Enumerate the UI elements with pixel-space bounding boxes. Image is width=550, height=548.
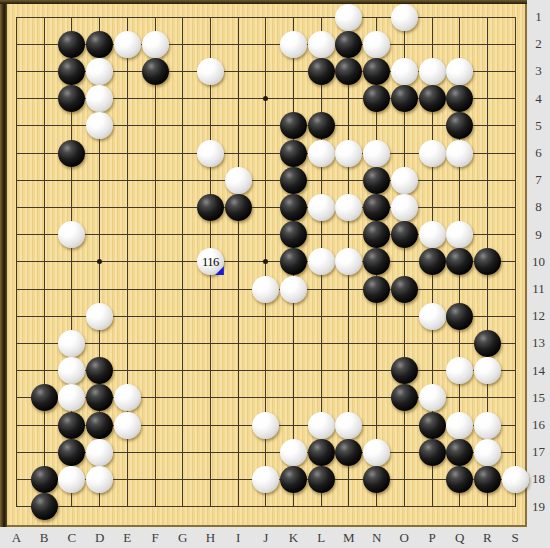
column-label-K: K — [285, 530, 303, 546]
stone-white-E16 — [114, 412, 141, 439]
row-label-17: 17 — [528, 444, 549, 460]
stone-black-C17 — [58, 439, 85, 466]
stone-black-B15 — [31, 384, 58, 411]
stone-black-Q12 — [446, 303, 473, 330]
stone-black-B18 — [31, 466, 58, 493]
stone-white-P9 — [419, 221, 446, 248]
stone-white-E15 — [114, 384, 141, 411]
stone-white-P6 — [419, 140, 446, 167]
row-label-18: 18 — [528, 471, 549, 487]
column-label-A: A — [8, 530, 26, 546]
row-label-1: 1 — [528, 9, 549, 25]
stone-white-Q6 — [446, 140, 473, 167]
stone-white-L2 — [308, 31, 335, 58]
row-label-15: 15 — [528, 390, 549, 406]
stone-black-P17 — [419, 439, 446, 466]
column-label-I: I — [229, 530, 247, 546]
grid-line-horizontal — [16, 343, 516, 344]
row-label-10: 10 — [528, 254, 549, 270]
stone-black-M17 — [335, 439, 362, 466]
stone-black-K6 — [280, 140, 307, 167]
stone-black-Q18 — [446, 466, 473, 493]
stone-black-N3 — [363, 58, 390, 85]
stone-black-H8 — [197, 194, 224, 221]
stone-white-M6 — [335, 140, 362, 167]
stone-white-R14 — [474, 357, 501, 384]
stone-black-P10 — [419, 248, 446, 275]
column-label-Q: Q — [451, 530, 469, 546]
stone-white-K2 — [280, 31, 307, 58]
stone-white-D18 — [86, 466, 113, 493]
stone-white-O3 — [391, 58, 418, 85]
move-number-label: 116 — [202, 256, 219, 269]
row-label-5: 5 — [528, 118, 549, 134]
stone-white-D17 — [86, 439, 113, 466]
row-label-13: 13 — [528, 335, 549, 351]
stone-white-L16 — [308, 412, 335, 439]
stone-black-P16 — [419, 412, 446, 439]
stone-white-D4 — [86, 85, 113, 112]
stone-white-L8 — [308, 194, 335, 221]
column-label-O: O — [395, 530, 413, 546]
stone-black-D14 — [86, 357, 113, 384]
stone-white-H10-last-move: 116 — [197, 248, 224, 275]
stone-black-K18 — [280, 466, 307, 493]
column-label-H: H — [201, 530, 219, 546]
stone-white-J16 — [252, 412, 279, 439]
grid-line-horizontal — [16, 207, 516, 208]
stone-black-N8 — [363, 194, 390, 221]
stone-black-R18 — [474, 466, 501, 493]
stone-white-N6 — [363, 140, 390, 167]
row-label-7: 7 — [528, 172, 549, 188]
stone-white-R16 — [474, 412, 501, 439]
stone-black-K7 — [280, 167, 307, 194]
stone-white-L10 — [308, 248, 335, 275]
stone-white-S18 — [502, 466, 529, 493]
stone-black-L3 — [308, 58, 335, 85]
column-label-G: G — [174, 530, 192, 546]
row-label-19: 19 — [528, 499, 549, 515]
stone-black-N4 — [363, 85, 390, 112]
stone-white-N2 — [363, 31, 390, 58]
grid-line-horizontal — [16, 180, 516, 181]
stone-black-O14 — [391, 357, 418, 384]
stone-black-C2 — [58, 31, 85, 58]
grid-line-horizontal — [16, 506, 516, 507]
stone-black-R13 — [474, 330, 501, 357]
column-label-J: J — [257, 530, 275, 546]
stone-black-O9 — [391, 221, 418, 248]
stone-black-D2 — [86, 31, 113, 58]
stone-white-R17 — [474, 439, 501, 466]
stone-white-H3 — [197, 58, 224, 85]
stone-white-J18 — [252, 466, 279, 493]
stone-white-Q3 — [446, 58, 473, 85]
row-label-9: 9 — [528, 227, 549, 243]
stone-white-N17 — [363, 439, 390, 466]
stone-black-O15 — [391, 384, 418, 411]
column-label-M: M — [340, 530, 358, 546]
row-label-8: 8 — [528, 199, 549, 215]
row-label-3: 3 — [528, 63, 549, 79]
column-label-R: R — [478, 530, 496, 546]
stone-black-I8 — [225, 194, 252, 221]
column-label-C: C — [63, 530, 81, 546]
stone-black-K8 — [280, 194, 307, 221]
column-label-L: L — [312, 530, 330, 546]
stone-black-F3 — [142, 58, 169, 85]
stone-black-C16 — [58, 412, 85, 439]
column-label-F: F — [146, 530, 164, 546]
stone-black-N11 — [363, 276, 390, 303]
stone-white-P15 — [419, 384, 446, 411]
stone-white-P12 — [419, 303, 446, 330]
stone-white-Q16 — [446, 412, 473, 439]
stone-black-B19 — [31, 493, 58, 520]
stone-black-M2 — [335, 31, 362, 58]
stone-white-P3 — [419, 58, 446, 85]
column-label-D: D — [91, 530, 109, 546]
stone-black-Q17 — [446, 439, 473, 466]
stone-white-M16 — [335, 412, 362, 439]
stone-white-O1 — [391, 4, 418, 31]
stone-black-L18 — [308, 466, 335, 493]
board-left-bevel — [0, 0, 7, 527]
stone-white-K17 — [280, 439, 307, 466]
stone-white-O8 — [391, 194, 418, 221]
row-label-4: 4 — [528, 91, 549, 107]
stone-black-N18 — [363, 466, 390, 493]
stone-white-O7 — [391, 167, 418, 194]
stone-white-F2 — [142, 31, 169, 58]
column-label-P: P — [423, 530, 441, 546]
board-top-bevel — [0, 0, 527, 4]
stone-black-C6 — [58, 140, 85, 167]
stone-black-L5 — [308, 112, 335, 139]
stone-white-K11 — [280, 276, 307, 303]
stone-white-J11 — [252, 276, 279, 303]
column-label-B: B — [35, 530, 53, 546]
grid-line-horizontal — [16, 17, 516, 18]
stone-white-M1 — [335, 4, 362, 31]
stone-black-L17 — [308, 439, 335, 466]
stone-black-K9 — [280, 221, 307, 248]
row-label-14: 14 — [528, 363, 549, 379]
stone-black-O11 — [391, 276, 418, 303]
row-label-11: 11 — [528, 281, 549, 297]
row-label-12: 12 — [528, 308, 549, 324]
stone-black-P4 — [419, 85, 446, 112]
stone-white-I7 — [225, 167, 252, 194]
stone-white-E2 — [114, 31, 141, 58]
stone-black-O4 — [391, 85, 418, 112]
column-label-N: N — [368, 530, 386, 546]
stone-white-L6 — [308, 140, 335, 167]
row-label-strip — [527, 0, 550, 548]
row-label-16: 16 — [528, 417, 549, 433]
go-board-window: 11612345678910111213141516171819ABCDEFGH… — [0, 0, 550, 548]
stone-white-H6 — [197, 140, 224, 167]
stone-black-N9 — [363, 221, 390, 248]
stone-black-D16 — [86, 412, 113, 439]
stone-white-D3 — [86, 58, 113, 85]
stone-black-N7 — [363, 167, 390, 194]
column-label-E: E — [118, 530, 136, 546]
stone-white-D12 — [86, 303, 113, 330]
row-label-2: 2 — [528, 36, 549, 52]
column-label-S: S — [506, 530, 524, 546]
row-label-6: 6 — [528, 145, 549, 161]
stone-black-R10 — [474, 248, 501, 275]
